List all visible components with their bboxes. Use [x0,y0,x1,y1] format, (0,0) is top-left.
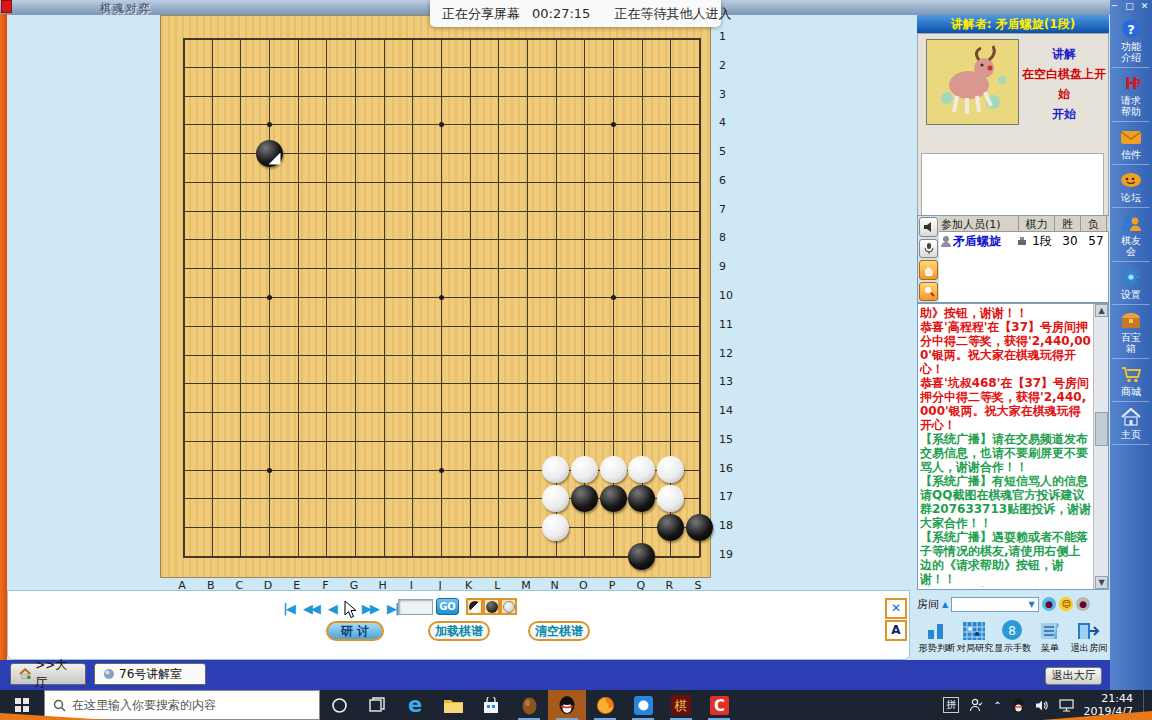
bottom-tab-strip: >>大厅 76号讲解室 退出大厅 [0,660,1152,690]
share-timer: 00:27:15 [532,6,602,21]
col-rank: 棋力 [1019,216,1055,231]
lecturer-info-panel: 讲解 在空白棋盘上开始 开始 [917,33,1109,229]
white-stone-P16 [600,456,627,483]
screen-share-banner: 正在分享屏幕 00:27:15 正在等待其他人进入 [430,0,721,27]
raise-hand-button[interactable] [919,260,938,280]
ms-store-icon[interactable] [472,690,510,720]
go-board[interactable] [160,15,711,578]
white-stone-O16 [571,456,598,483]
black-stone-S18 [686,514,713,541]
row-label-1: 1 [719,30,726,43]
help-icon: H? [1112,72,1150,94]
voice-button-column [918,216,939,302]
sharing-status: 正在分享屏幕 [430,5,532,23]
rail-forum-button[interactable]: 论坛 [1112,169,1150,208]
ime-indicator[interactable]: 拼 [943,697,959,713]
row-label-14: 14 [719,404,733,417]
scroll-down-icon[interactable]: ▼ [1095,576,1108,589]
blue-app-icon[interactable] [624,690,662,720]
close-icon[interactable]: ✕ [1139,1,1150,11]
row-label-19: 19 [719,548,733,561]
white-stone-N18 [542,514,569,541]
rail-friends-button[interactable]: 棋友会 [1112,212,1150,262]
chat-scrollbar[interactable]: ▲ ▼ [1093,304,1108,589]
black-stone-Q19 [628,543,655,570]
rail-question-button[interactable]: ?功能介绍 [1112,18,1150,68]
chat-message: 【系统广播】请在交易频道发布交易信息，也请不要刷屏更不要骂人，谢谢合作！！ [920,432,1092,474]
minimize-icon[interactable]: ─ [1109,1,1120,11]
row-label-9: 9 [719,260,726,273]
participant-name: 矛盾螺旋 [953,233,1017,250]
lecturer-header: 讲解者: 矛盾螺旋(1段) [917,15,1109,33]
rail-treasure-button[interactable]: 百宝箱 [1112,309,1150,359]
svg-text:?: ? [1135,77,1141,90]
exit-room-icon [1069,617,1107,641]
emoticon-animal-icon[interactable]: ● [1076,597,1090,611]
star-point [439,295,444,300]
maximize-icon[interactable]: □ [1124,1,1135,11]
people-tray-icon[interactable] [969,698,983,712]
black-stone-D5 [256,140,283,167]
lecturer-avatar [926,39,1019,125]
alternate-stone-button[interactable] [466,598,483,615]
row-label-18: 18 [719,519,733,532]
row-label-6: 6 [719,174,726,187]
mail-icon [1112,126,1150,148]
participant-losses: 57 [1083,234,1109,248]
rail-mail-button[interactable]: 信件 [1112,126,1150,165]
edge-icon[interactable]: e [396,690,434,720]
annotate-button[interactable]: A [885,620,907,641]
black-stone-O17 [571,485,598,512]
windows-logo-icon [15,698,29,712]
game-egg-app-icon[interactable] [510,690,548,720]
toolbar-exit-room-button[interactable]: 退出房间 [1069,617,1107,655]
move-navigation: |◀◀◀◀▶▶▶▶| [283,601,398,616]
row-label-3: 3 [719,88,726,101]
lecture-start-note: 在空白棋盘上开始 [1022,64,1106,104]
network-icon[interactable] [1059,699,1074,712]
nav-last-icon[interactable]: ▶| [387,601,398,616]
game-research-icon [955,617,993,641]
chat-message: 【系统广播】遇耍赖或者不能落子等情况的棋友,请使用右侧上边的《请求帮助》按钮，谢… [920,530,1092,586]
row-label-15: 15 [719,433,733,446]
go-board-panel: ABCDEFGHIJKLMNOPQRS 12345678910111213141… [160,15,738,594]
white-stone-Q16 [628,456,655,483]
svg-text:棋: 棋 [674,698,688,713]
room-toolbar: 形势判断对局研究8显示手数菜单退出房间 [917,617,1109,655]
black-stone-P17 [600,485,627,512]
rail-settings-button[interactable]: 设置 [1112,266,1150,305]
nav-prev-icon[interactable]: ◀ [328,601,336,616]
voice-request-button[interactable] [919,282,938,302]
white-stone-N17 [542,485,569,512]
row-label-8: 8 [719,231,726,244]
triangle-mark [269,153,281,165]
room-collapse-icon[interactable]: ▲ [942,600,948,609]
nav-first-icon[interactable]: |◀ [283,601,294,616]
row-label-7: 7 [719,203,726,216]
task-view-icon[interactable] [358,690,396,720]
window-title: 棋魂对弈 [100,1,152,16]
participant-avatar-icon [939,234,953,248]
control-panel: |◀◀◀◀▶▶▶▶| GO 研 讨 加载棋谱 清空棋谱 ✕ A [7,590,910,660]
clock-time: 21:44 [1084,692,1133,705]
chat-message: 【系统消息】您已持续在线30分钟。为了您的健康，请注意休息。感谢您对棋魂的支持！ [920,586,1092,587]
white-stone-N16 [542,456,569,483]
discuss-button[interactable]: 研 讨 [326,621,384,641]
speaker-button[interactable] [919,217,938,237]
rail-mall-button[interactable]: 商城 [1112,363,1150,402]
c-app-icon[interactable]: C [700,690,738,720]
row-label-12: 12 [719,347,733,360]
room-panel: 房间 ▲ ▼ ● ☺ ● 形势判断对局研究8显示手数菜单退出房间 [917,595,1109,659]
white-stone-R17 [657,485,684,512]
nav-next-10-icon[interactable]: ▶▶ [362,601,378,616]
app-icon [1,0,12,13]
star-point [611,122,616,127]
menu-scroll-icon [1031,617,1069,641]
col-participants: 参加人员(1) [939,216,1019,231]
row-label-13: 13 [719,375,733,388]
treasure-icon [1112,309,1150,331]
toolbar-move-numbers-button[interactable]: 8显示手数 [993,617,1031,655]
waiting-status: 正在等待其他人进入 [602,5,743,23]
emoticon-smiley-icon[interactable]: ☺ [1059,597,1073,611]
participants-table: 参加人员(1) 棋力 胜 负 矛盾螺旋 1段 30 57 [939,216,1109,302]
lecture-start-label: 开始 [1022,104,1106,124]
black-stone-button[interactable] [483,598,500,615]
row-label-16: 16 [719,462,733,475]
lecture-sidebar: 讲解者: 矛盾螺旋(1段) 讲解 在空白棋盘上开始 开始 [917,15,1109,590]
board-row-labels: 12345678910111213141516171819 [713,15,738,578]
chat-panel: 助》按钮，谢谢！！恭喜'高程程'在【37】号房间押分中得二等奖，获得'2,440… [917,303,1109,590]
chat-messages: 助》按钮，谢谢！！恭喜'高程程'在【37】号房间押分中得二等奖，获得'2,440… [920,306,1092,587]
tab-room-label: 76号讲解室 [119,666,182,683]
load-kifu-button[interactable]: 加载棋谱 [428,621,490,641]
star-point [439,468,444,473]
go-button[interactable]: GO [436,598,459,615]
mall-icon [1112,363,1150,385]
search-placeholder: 在这里输入你要搜索的内容 [72,697,216,714]
star-point [611,295,616,300]
share-border-left [0,14,7,690]
close-panel-button[interactable]: ✕ [885,598,907,619]
rail-help-button[interactable]: H?请求帮助 [1112,72,1150,122]
firefox-icon[interactable] [586,690,624,720]
black-stone-Q17 [628,485,655,512]
col-wins: 胜 [1055,216,1081,231]
col-losses: 负 [1081,216,1107,231]
chat-message: 助》按钮，谢谢！！ [920,306,1092,320]
question-icon: ? [1112,18,1150,40]
white-stone-R16 [657,456,684,483]
star-point [267,122,272,127]
row-label-5: 5 [719,145,726,158]
qq-icon[interactable] [548,690,586,720]
star-point [267,468,272,473]
row-label-11: 11 [719,318,733,331]
search-icon [53,699,66,712]
move-number-input[interactable] [398,599,433,615]
move-numbers-icon: 8 [993,617,1031,641]
star-point [267,295,272,300]
scroll-up-icon[interactable]: ▲ [1095,304,1108,317]
forum-icon [1112,169,1150,191]
clear-kifu-button[interactable]: 清空棋谱 [528,621,590,641]
windows-taskbar: 在这里输入你要搜索的内容 e 棋 C 拼 ⌃ 21:44 2019/4/7 [0,690,1152,720]
black-stone-R18 [657,514,684,541]
right-icon-rail: ─ □ ✕ ?功能介绍H?请求帮助信件论坛棋友会设置百宝箱商城主页 [1110,0,1152,690]
file-explorer-icon[interactable] [434,690,472,720]
volume-icon[interactable] [1035,699,1049,712]
participant-wins: 30 [1057,234,1083,248]
rail-home-button[interactable]: 主页 [1112,406,1150,445]
friends-icon [1112,212,1150,234]
hidden-icons-chevron[interactable]: ⌃ [993,700,1001,711]
position-judge-icon [917,617,955,641]
row-label-2: 2 [719,59,726,72]
settings-icon [1112,266,1150,288]
scroll-thumb[interactable] [1095,412,1108,446]
row-label-4: 4 [719,116,726,129]
speaking-marker-icon [1017,236,1027,246]
participants-panel: 参加人员(1) 棋力 胜 负 矛盾螺旋 1段 30 57 [917,215,1109,303]
qi-game-app-icon[interactable]: 棋 [662,690,700,720]
tab-lobby[interactable]: >>大厅 [10,663,86,685]
combo-dropdown-icon[interactable]: ▼ [1026,599,1037,610]
home-icon [1112,406,1150,428]
microphone-button[interactable] [919,239,938,259]
qq-tray-icon[interactable] [1012,698,1025,713]
row-label-10: 10 [719,289,733,302]
lecture-mode-label: 讲解 [1022,44,1106,64]
svg-text:C: C [713,697,724,715]
tab-lobby-label: >>大厅 [35,657,77,691]
white-stone-button[interactable] [500,598,517,615]
room-chat-input[interactable]: ▼ [951,597,1039,612]
toolbar-game-research-button[interactable]: 对局研究 [955,617,993,655]
svg-text:8: 8 [1008,624,1016,638]
participant-rank: 1段 [1027,233,1057,250]
lobby-house-icon [19,668,31,680]
exit-lobby-button[interactable]: 退出大厅 [1045,667,1102,685]
chat-message: 【系统广播】有短信骂人的信息请QQ截图在棋魂官方投诉建议群207633713贴图… [920,474,1092,530]
chat-message: 恭喜'坑叔468'在【37】号房间押分中得二等奖，获得'2,440,000'银两… [920,376,1092,432]
svg-text:?: ? [1127,22,1135,37]
board-grid [161,16,710,577]
taskbar-search-input[interactable]: 在这里输入你要搜索的内容 [44,690,320,720]
room-label: 房间 [917,597,939,612]
toolbar-position-judge-button[interactable]: 形势判断 [917,617,955,655]
star-point [439,122,444,127]
room-piece-icon [103,668,115,680]
row-label-17: 17 [719,490,733,503]
nav-prev-10-icon[interactable]: ◀◀ [303,601,319,616]
tab-lecture-room[interactable]: 76号讲解室 [94,663,206,685]
emoticon-blue-icon[interactable]: ● [1042,597,1056,611]
cortana-icon[interactable] [320,690,358,720]
chat-message: 恭喜'高程程'在【37】号房间押分中得二等奖，获得'2,440,000'银两。祝… [920,320,1092,376]
participant-row[interactable]: 矛盾螺旋 1段 30 57 [939,232,1109,250]
mouse-cursor [344,600,357,619]
toolbar-menu-scroll-button[interactable]: 菜单 [1031,617,1069,655]
